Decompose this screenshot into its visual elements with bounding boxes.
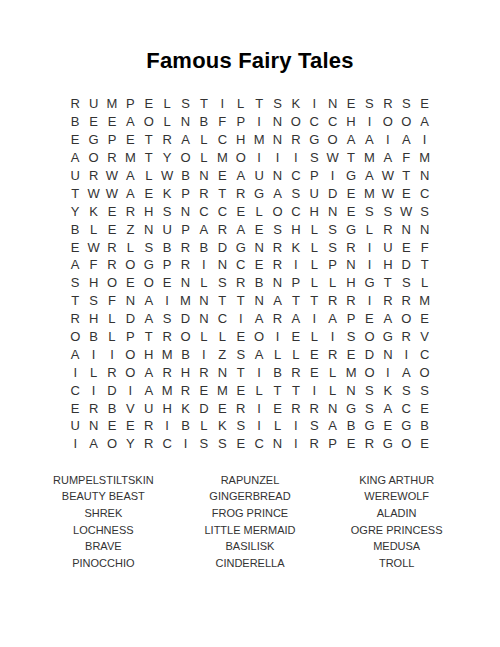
grid-cell-r1c16[interactable]: E <box>342 95 360 113</box>
grid-cell-r19c17[interactable]: G <box>360 417 378 435</box>
grid-cell-r14c5[interactable]: T <box>140 328 158 346</box>
grid-cell-r10c7[interactable]: R <box>176 256 194 274</box>
grid-cell-r16c15[interactable]: L <box>323 363 341 381</box>
grid-cell-r15c9[interactable]: Z <box>213 345 231 363</box>
grid-cell-r1c17[interactable]: S <box>360 95 378 113</box>
grid-cell-r11c4[interactable]: E <box>121 274 139 292</box>
grid-cell-r2c13[interactable]: O <box>287 113 305 131</box>
grid-cell-r2c11[interactable]: I <box>250 113 268 131</box>
grid-cell-r9c16[interactable]: R <box>342 238 360 256</box>
grid-cell-r8c3[interactable]: E <box>103 220 121 238</box>
grid-cell-r8c7[interactable]: P <box>176 220 194 238</box>
grid-cell-r15c18[interactable]: N <box>379 345 397 363</box>
grid-cell-r7c19[interactable]: W <box>397 202 415 220</box>
grid-cell-r6c11[interactable]: G <box>250 184 268 202</box>
grid-cell-r19c18[interactable]: E <box>379 417 397 435</box>
grid-cell-r10c6[interactable]: P <box>158 256 176 274</box>
grid-cell-r7c10[interactable]: E <box>232 202 250 220</box>
grid-cell-r20c16[interactable]: E <box>342 435 360 453</box>
grid-cell-r1c2[interactable]: U <box>84 95 102 113</box>
grid-cell-r5c4[interactable]: A <box>121 167 139 185</box>
grid-cell-r2c6[interactable]: L <box>158 113 176 131</box>
grid-cell-r11c6[interactable]: E <box>158 274 176 292</box>
grid-cell-r6c12[interactable]: A <box>268 184 286 202</box>
grid-cell-r2c2[interactable]: E <box>84 113 102 131</box>
grid-cell-r19c9[interactable]: K <box>213 417 231 435</box>
grid-cell-r13c12[interactable]: R <box>268 310 286 328</box>
grid-cell-r2c8[interactable]: B <box>195 113 213 131</box>
grid-cell-r9c18[interactable]: U <box>379 238 397 256</box>
grid-cell-r8c6[interactable]: U <box>158 220 176 238</box>
grid-cell-r5c14[interactable]: P <box>305 167 323 185</box>
grid-cell-r13c4[interactable]: D <box>121 310 139 328</box>
grid-cell-r16c1[interactable]: I <box>66 363 84 381</box>
grid-cell-r9c19[interactable]: E <box>397 238 415 256</box>
grid-cell-r5c16[interactable]: G <box>342 167 360 185</box>
grid-cell-r19c7[interactable]: B <box>176 417 194 435</box>
grid-cell-r6c16[interactable]: E <box>342 184 360 202</box>
grid-cell-r4c1[interactable]: A <box>66 149 84 167</box>
grid-cell-r19c19[interactable]: G <box>397 417 415 435</box>
grid-cell-r12c4[interactable]: N <box>121 292 139 310</box>
grid-cell-r16c5[interactable]: A <box>140 363 158 381</box>
grid-cell-r4c8[interactable]: L <box>195 149 213 167</box>
grid-cell-r3c20[interactable]: I <box>415 131 433 149</box>
grid-cell-r1c13[interactable]: K <box>287 95 305 113</box>
grid-cell-r17c15[interactable]: L <box>323 381 341 399</box>
grid-cell-r1c3[interactable]: M <box>103 95 121 113</box>
grid-cell-r13c6[interactable]: S <box>158 310 176 328</box>
grid-cell-r6c20[interactable]: C <box>415 184 433 202</box>
grid-cell-r1c5[interactable]: E <box>140 95 158 113</box>
grid-cell-r9c1[interactable]: E <box>66 238 84 256</box>
grid-cell-r12c7[interactable]: M <box>176 292 194 310</box>
grid-cell-r7c3[interactable]: E <box>103 202 121 220</box>
grid-cell-r18c8[interactable]: D <box>195 399 213 417</box>
grid-cell-r15c7[interactable]: B <box>176 345 194 363</box>
grid-cell-r6c5[interactable]: E <box>140 184 158 202</box>
grid-cell-r16c10[interactable]: T <box>232 363 250 381</box>
grid-cell-r4c20[interactable]: M <box>415 149 433 167</box>
grid-cell-r15c20[interactable]: C <box>415 345 433 363</box>
grid-cell-r19c8[interactable]: L <box>195 417 213 435</box>
grid-cell-r6c18[interactable]: W <box>379 184 397 202</box>
grid-cell-r19c11[interactable]: I <box>250 417 268 435</box>
grid-cell-r5c2[interactable]: R <box>84 167 102 185</box>
grid-cell-r19c14[interactable]: S <box>305 417 323 435</box>
grid-cell-r11c10[interactable]: R <box>232 274 250 292</box>
grid-cell-r10c8[interactable]: I <box>195 256 213 274</box>
grid-cell-r2c16[interactable]: H <box>342 113 360 131</box>
grid-cell-r5c20[interactable]: N <box>415 167 433 185</box>
grid-cell-r5c15[interactable]: I <box>323 167 341 185</box>
grid-cell-r17c8[interactable]: E <box>195 381 213 399</box>
grid-cell-r8c1[interactable]: B <box>66 220 84 238</box>
grid-cell-r4c15[interactable]: W <box>323 149 341 167</box>
grid-cell-r16c18[interactable]: I <box>379 363 397 381</box>
grid-cell-r3c5[interactable]: T <box>140 131 158 149</box>
grid-cell-r14c12[interactable]: I <box>268 328 286 346</box>
grid-cell-r13c3[interactable]: L <box>103 310 121 328</box>
grid-cell-r17c7[interactable]: R <box>176 381 194 399</box>
grid-cell-r4c4[interactable]: M <box>121 149 139 167</box>
grid-cell-r3c4[interactable]: E <box>121 131 139 149</box>
grid-cell-r1c1[interactable]: R <box>66 95 84 113</box>
grid-cell-r6c7[interactable]: P <box>176 184 194 202</box>
grid-cell-r20c4[interactable]: Y <box>121 435 139 453</box>
grid-cell-r14c17[interactable]: O <box>360 328 378 346</box>
grid-cell-r10c18[interactable]: H <box>379 256 397 274</box>
grid-cell-r1c7[interactable]: S <box>176 95 194 113</box>
grid-cell-r5c7[interactable]: B <box>176 167 194 185</box>
grid-cell-r16c2[interactable]: L <box>84 363 102 381</box>
grid-cell-r10c16[interactable]: N <box>342 256 360 274</box>
grid-cell-r7c20[interactable]: S <box>415 202 433 220</box>
grid-cell-r9c9[interactable]: D <box>213 238 231 256</box>
grid-cell-r13c11[interactable]: A <box>250 310 268 328</box>
grid-cell-r5c11[interactable]: U <box>250 167 268 185</box>
grid-cell-r20c7[interactable]: I <box>176 435 194 453</box>
grid-cell-r2c12[interactable]: N <box>268 113 286 131</box>
grid-cell-r2c17[interactable]: I <box>360 113 378 131</box>
grid-cell-r2c10[interactable]: P <box>232 113 250 131</box>
grid-cell-r5c10[interactable]: A <box>232 167 250 185</box>
grid-cell-r15c4[interactable]: O <box>121 345 139 363</box>
grid-cell-r3c12[interactable]: N <box>268 131 286 149</box>
grid-cell-r19c12[interactable]: L <box>268 417 286 435</box>
grid-cell-r3c10[interactable]: H <box>232 131 250 149</box>
grid-cell-r5c8[interactable]: N <box>195 167 213 185</box>
grid-cell-r18c16[interactable]: G <box>342 399 360 417</box>
grid-cell-r20c19[interactable]: O <box>397 435 415 453</box>
grid-cell-r5c3[interactable]: W <box>103 167 121 185</box>
grid-cell-r2c15[interactable]: C <box>323 113 341 131</box>
grid-cell-r3c18[interactable]: I <box>379 131 397 149</box>
grid-cell-r7c12[interactable]: O <box>268 202 286 220</box>
grid-cell-r3c16[interactable]: A <box>342 131 360 149</box>
grid-cell-r20c12[interactable]: N <box>268 435 286 453</box>
grid-cell-r3c9[interactable]: C <box>213 131 231 149</box>
grid-cell-r13c15[interactable]: A <box>323 310 341 328</box>
grid-cell-r12c5[interactable]: A <box>140 292 158 310</box>
grid-cell-r5c17[interactable]: A <box>360 167 378 185</box>
grid-cell-r20c1[interactable]: I <box>66 435 84 453</box>
grid-cell-r13c16[interactable]: P <box>342 310 360 328</box>
grid-cell-r13c20[interactable]: E <box>415 310 433 328</box>
grid-cell-r18c17[interactable]: S <box>360 399 378 417</box>
grid-cell-r2c5[interactable]: O <box>140 113 158 131</box>
grid-cell-r18c10[interactable]: R <box>232 399 250 417</box>
grid-cell-r17c5[interactable]: A <box>140 381 158 399</box>
grid-cell-r4c2[interactable]: O <box>84 149 102 167</box>
grid-cell-r18c2[interactable]: R <box>84 399 102 417</box>
grid-cell-r16c20[interactable]: O <box>415 363 433 381</box>
grid-cell-r10c1[interactable]: A <box>66 256 84 274</box>
grid-cell-r10c11[interactable]: E <box>250 256 268 274</box>
grid-cell-r15c15[interactable]: R <box>323 345 341 363</box>
grid-cell-r7c11[interactable]: L <box>250 202 268 220</box>
grid-cell-r8c14[interactable]: L <box>305 220 323 238</box>
grid-cell-r2c9[interactable]: F <box>213 113 231 131</box>
grid-cell-r8c5[interactable]: N <box>140 220 158 238</box>
grid-cell-r8c20[interactable]: N <box>415 220 433 238</box>
grid-cell-r15c14[interactable]: E <box>305 345 323 363</box>
grid-cell-r15c12[interactable]: L <box>268 345 286 363</box>
grid-cell-r10c4[interactable]: O <box>121 256 139 274</box>
grid-cell-r12c6[interactable]: I <box>158 292 176 310</box>
grid-cell-r20c11[interactable]: C <box>250 435 268 453</box>
grid-cell-r13c18[interactable]: A <box>379 310 397 328</box>
grid-cell-r3c15[interactable]: O <box>323 131 341 149</box>
grid-cell-r12c20[interactable]: M <box>415 292 433 310</box>
grid-cell-r7c14[interactable]: H <box>305 202 323 220</box>
grid-cell-r20c14[interactable]: R <box>305 435 323 453</box>
grid-cell-r6c15[interactable]: D <box>323 184 341 202</box>
grid-cell-r11c3[interactable]: O <box>103 274 121 292</box>
grid-cell-r14c15[interactable]: I <box>323 328 341 346</box>
grid-cell-r5c1[interactable]: U <box>66 167 84 185</box>
grid-cell-r9c15[interactable]: S <box>323 238 341 256</box>
grid-cell-r19c15[interactable]: A <box>323 417 341 435</box>
grid-cell-r20c6[interactable]: C <box>158 435 176 453</box>
grid-cell-r7c16[interactable]: E <box>342 202 360 220</box>
grid-cell-r14c19[interactable]: R <box>397 328 415 346</box>
grid-cell-r8c10[interactable]: A <box>232 220 250 238</box>
grid-cell-r5c19[interactable]: T <box>397 167 415 185</box>
grid-cell-r6c13[interactable]: S <box>287 184 305 202</box>
grid-cell-r19c5[interactable]: R <box>140 417 158 435</box>
grid-cell-r13c2[interactable]: H <box>84 310 102 328</box>
grid-cell-r11c8[interactable]: L <box>195 274 213 292</box>
grid-cell-r18c19[interactable]: C <box>397 399 415 417</box>
grid-cell-r11c14[interactable]: L <box>305 274 323 292</box>
grid-cell-r16c9[interactable]: N <box>213 363 231 381</box>
grid-cell-r14c10[interactable]: E <box>232 328 250 346</box>
grid-cell-r3c1[interactable]: E <box>66 131 84 149</box>
grid-cell-r6c14[interactable]: U <box>305 184 323 202</box>
grid-cell-r10c2[interactable]: F <box>84 256 102 274</box>
grid-cell-r17c4[interactable]: I <box>121 381 139 399</box>
grid-cell-r6c8[interactable]: R <box>195 184 213 202</box>
grid-cell-r8c8[interactable]: A <box>195 220 213 238</box>
grid-cell-r18c15[interactable]: N <box>323 399 341 417</box>
grid-cell-r3c13[interactable]: R <box>287 131 305 149</box>
grid-cell-r3c19[interactable]: A <box>397 131 415 149</box>
grid-cell-r12c17[interactable]: I <box>360 292 378 310</box>
grid-cell-r11c5[interactable]: O <box>140 274 158 292</box>
grid-cell-r8c16[interactable]: G <box>342 220 360 238</box>
grid-cell-r19c16[interactable]: B <box>342 417 360 435</box>
grid-cell-r13c13[interactable]: A <box>287 310 305 328</box>
grid-cell-r17c6[interactable]: M <box>158 381 176 399</box>
grid-cell-r11c9[interactable]: S <box>213 274 231 292</box>
grid-cell-r2c19[interactable]: O <box>397 113 415 131</box>
grid-cell-r12c10[interactable]: T <box>232 292 250 310</box>
grid-cell-r3c3[interactable]: P <box>103 131 121 149</box>
grid-cell-r1c9[interactable]: I <box>213 95 231 113</box>
grid-cell-r13c14[interactable]: I <box>305 310 323 328</box>
grid-cell-r18c4[interactable]: V <box>121 399 139 417</box>
grid-cell-r17c2[interactable]: I <box>84 381 102 399</box>
grid-cell-r15c16[interactable]: E <box>342 345 360 363</box>
grid-cell-r13c7[interactable]: D <box>176 310 194 328</box>
grid-cell-r4c13[interactable]: I <box>287 149 305 167</box>
grid-cell-r14c20[interactable]: V <box>415 328 433 346</box>
grid-cell-r20c15[interactable]: P <box>323 435 341 453</box>
grid-cell-r12c3[interactable]: F <box>103 292 121 310</box>
grid-cell-r15c2[interactable]: I <box>84 345 102 363</box>
grid-cell-r16c19[interactable]: A <box>397 363 415 381</box>
grid-cell-r2c1[interactable]: B <box>66 113 84 131</box>
grid-cell-r2c14[interactable]: C <box>305 113 323 131</box>
grid-cell-r4c18[interactable]: A <box>379 149 397 167</box>
grid-cell-r12c15[interactable]: R <box>323 292 341 310</box>
grid-cell-r18c18[interactable]: A <box>379 399 397 417</box>
grid-cell-r8c15[interactable]: S <box>323 220 341 238</box>
grid-cell-r12c18[interactable]: R <box>379 292 397 310</box>
grid-cell-r8c18[interactable]: R <box>379 220 397 238</box>
grid-cell-r11c15[interactable]: L <box>323 274 341 292</box>
grid-cell-r5c6[interactable]: W <box>158 167 176 185</box>
grid-cell-r10c15[interactable]: P <box>323 256 341 274</box>
grid-cell-r12c1[interactable]: T <box>66 292 84 310</box>
grid-cell-r7c9[interactable]: C <box>213 202 231 220</box>
grid-cell-r18c13[interactable]: R <box>287 399 305 417</box>
grid-cell-r5c18[interactable]: W <box>379 167 397 185</box>
grid-cell-r10c20[interactable]: T <box>415 256 433 274</box>
grid-cell-r13c8[interactable]: N <box>195 310 213 328</box>
grid-cell-r15c5[interactable]: H <box>140 345 158 363</box>
grid-cell-r3c11[interactable]: M <box>250 131 268 149</box>
grid-cell-r9c11[interactable]: N <box>250 238 268 256</box>
grid-cell-r19c2[interactable]: N <box>84 417 102 435</box>
grid-cell-r17c9[interactable]: M <box>213 381 231 399</box>
grid-cell-r1c14[interactable]: I <box>305 95 323 113</box>
grid-cell-r7c1[interactable]: Y <box>66 202 84 220</box>
grid-cell-r1c12[interactable]: S <box>268 95 286 113</box>
grid-cell-r16c14[interactable]: E <box>305 363 323 381</box>
grid-cell-r14c16[interactable]: S <box>342 328 360 346</box>
grid-cell-r6c1[interactable]: T <box>66 184 84 202</box>
grid-cell-r14c4[interactable]: P <box>121 328 139 346</box>
grid-cell-r13c19[interactable]: O <box>397 310 415 328</box>
grid-cell-r8c11[interactable]: E <box>250 220 268 238</box>
grid-cell-r10c3[interactable]: R <box>103 256 121 274</box>
grid-cell-r8c4[interactable]: Z <box>121 220 139 238</box>
grid-cell-r10c5[interactable]: G <box>140 256 158 274</box>
grid-cell-r10c19[interactable]: D <box>397 256 415 274</box>
grid-cell-r1c10[interactable]: L <box>232 95 250 113</box>
grid-cell-r16c8[interactable]: R <box>195 363 213 381</box>
grid-cell-r11c19[interactable]: S <box>397 274 415 292</box>
grid-cell-r2c18[interactable]: O <box>379 113 397 131</box>
grid-cell-r20c5[interactable]: R <box>140 435 158 453</box>
grid-cell-r15c6[interactable]: M <box>158 345 176 363</box>
grid-cell-r11c18[interactable]: T <box>379 274 397 292</box>
grid-cell-r9c4[interactable]: L <box>121 238 139 256</box>
grid-cell-r12c13[interactable]: T <box>287 292 305 310</box>
grid-cell-r18c7[interactable]: K <box>176 399 194 417</box>
grid-cell-r14c14[interactable]: L <box>305 328 323 346</box>
grid-cell-r14c8[interactable]: L <box>195 328 213 346</box>
grid-cell-r4c3[interactable]: R <box>103 149 121 167</box>
grid-cell-r1c20[interactable]: E <box>415 95 433 113</box>
grid-cell-r9c14[interactable]: L <box>305 238 323 256</box>
grid-cell-r10c10[interactable]: C <box>232 256 250 274</box>
grid-cell-r9c8[interactable]: B <box>195 238 213 256</box>
grid-cell-r9c2[interactable]: W <box>84 238 102 256</box>
grid-cell-r1c6[interactable]: L <box>158 95 176 113</box>
grid-cell-r7c5[interactable]: H <box>140 202 158 220</box>
grid-cell-r9c10[interactable]: G <box>232 238 250 256</box>
grid-cell-r18c20[interactable]: E <box>415 399 433 417</box>
grid-cell-r15c10[interactable]: S <box>232 345 250 363</box>
grid-cell-r14c3[interactable]: L <box>103 328 121 346</box>
grid-cell-r12c16[interactable]: R <box>342 292 360 310</box>
grid-cell-r8c12[interactable]: S <box>268 220 286 238</box>
grid-cell-r7c7[interactable]: N <box>176 202 194 220</box>
grid-cell-r17c14[interactable]: I <box>305 381 323 399</box>
grid-cell-r15c3[interactable]: I <box>103 345 121 363</box>
grid-cell-r12c19[interactable]: R <box>397 292 415 310</box>
grid-cell-r11c17[interactable]: G <box>360 274 378 292</box>
grid-cell-r10c17[interactable]: I <box>360 256 378 274</box>
grid-cell-r4c9[interactable]: M <box>213 149 231 167</box>
grid-cell-r15c19[interactable]: I <box>397 345 415 363</box>
grid-cell-r20c3[interactable]: O <box>103 435 121 453</box>
grid-cell-r17c1[interactable]: C <box>66 381 84 399</box>
grid-cell-r8c19[interactable]: N <box>397 220 415 238</box>
grid-cell-r20c9[interactable]: S <box>213 435 231 453</box>
grid-cell-r12c9[interactable]: T <box>213 292 231 310</box>
grid-cell-r1c11[interactable]: T <box>250 95 268 113</box>
grid-cell-r16c13[interactable]: R <box>287 363 305 381</box>
grid-cell-r17c17[interactable]: S <box>360 381 378 399</box>
grid-cell-r2c4[interactable]: A <box>121 113 139 131</box>
grid-cell-r16c12[interactable]: B <box>268 363 286 381</box>
grid-cell-r4c17[interactable]: M <box>360 149 378 167</box>
grid-cell-r4c10[interactable]: O <box>232 149 250 167</box>
grid-cell-r3c8[interactable]: L <box>195 131 213 149</box>
grid-cell-r17c20[interactable]: S <box>415 381 433 399</box>
grid-cell-r11c13[interactable]: P <box>287 274 305 292</box>
grid-cell-r16c17[interactable]: O <box>360 363 378 381</box>
grid-cell-r1c15[interactable]: N <box>323 95 341 113</box>
grid-cell-r11c7[interactable]: N <box>176 274 194 292</box>
grid-cell-r20c10[interactable]: E <box>232 435 250 453</box>
grid-cell-r4c14[interactable]: S <box>305 149 323 167</box>
grid-cell-r6c19[interactable]: E <box>397 184 415 202</box>
grid-cell-r17c18[interactable]: K <box>379 381 397 399</box>
grid-cell-r14c13[interactable]: E <box>287 328 305 346</box>
grid-cell-r6c3[interactable]: W <box>103 184 121 202</box>
grid-cell-r16c11[interactable]: I <box>250 363 268 381</box>
grid-cell-r18c1[interactable]: E <box>66 399 84 417</box>
grid-cell-r16c4[interactable]: O <box>121 363 139 381</box>
grid-cell-r4c11[interactable]: I <box>250 149 268 167</box>
grid-cell-r4c7[interactable]: O <box>176 149 194 167</box>
grid-cell-r9c20[interactable]: F <box>415 238 433 256</box>
grid-cell-r7c6[interactable]: S <box>158 202 176 220</box>
grid-cell-r18c3[interactable]: B <box>103 399 121 417</box>
grid-cell-r9c7[interactable]: R <box>176 238 194 256</box>
grid-cell-r10c13[interactable]: I <box>287 256 305 274</box>
grid-cell-r19c1[interactable]: U <box>66 417 84 435</box>
grid-cell-r17c16[interactable]: N <box>342 381 360 399</box>
grid-cell-r20c17[interactable]: R <box>360 435 378 453</box>
grid-cell-r15c1[interactable]: A <box>66 345 84 363</box>
grid-cell-r19c13[interactable]: I <box>287 417 305 435</box>
